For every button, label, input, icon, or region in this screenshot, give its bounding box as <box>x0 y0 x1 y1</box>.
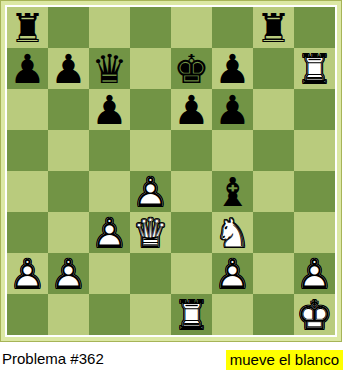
square-b6[interactable] <box>48 89 89 130</box>
square-e7[interactable]: ♚ <box>171 48 212 89</box>
problem-label: Problema #362 <box>2 350 104 367</box>
square-b7[interactable]: ♟ <box>48 48 89 89</box>
square-c1[interactable] <box>89 294 130 335</box>
square-d4[interactable]: ♟♙ <box>130 171 171 212</box>
square-h2[interactable]: ♟♙ <box>294 253 335 294</box>
square-g8[interactable]: ♜ <box>253 7 294 48</box>
square-f7[interactable]: ♟ <box>212 48 253 89</box>
square-f6[interactable]: ♟ <box>212 89 253 130</box>
caption-bar: Problema #362 mueve el blanco <box>0 342 343 376</box>
square-h6[interactable] <box>294 89 335 130</box>
square-g6[interactable] <box>253 89 294 130</box>
square-e1[interactable]: ♜♖ <box>171 294 212 335</box>
square-e4[interactable] <box>171 171 212 212</box>
square-e5[interactable] <box>171 130 212 171</box>
square-c5[interactable] <box>89 130 130 171</box>
square-c8[interactable] <box>89 7 130 48</box>
square-a8[interactable]: ♜ <box>7 7 48 48</box>
side-to-move-label: mueve el blanco <box>226 350 343 370</box>
square-d3[interactable]: ♛♕ <box>130 212 171 253</box>
square-b4[interactable] <box>48 171 89 212</box>
square-e8[interactable] <box>171 7 212 48</box>
square-f8[interactable] <box>212 7 253 48</box>
square-e2[interactable] <box>171 253 212 294</box>
square-b1[interactable] <box>48 294 89 335</box>
square-a1[interactable] <box>7 294 48 335</box>
square-g4[interactable] <box>253 171 294 212</box>
square-c6[interactable]: ♟ <box>89 89 130 130</box>
square-b8[interactable] <box>48 7 89 48</box>
square-h8[interactable] <box>294 7 335 48</box>
square-d8[interactable] <box>130 7 171 48</box>
square-g5[interactable] <box>253 130 294 171</box>
square-b2[interactable]: ♟♙ <box>48 253 89 294</box>
square-e3[interactable] <box>171 212 212 253</box>
square-g7[interactable] <box>253 48 294 89</box>
square-a7[interactable]: ♟ <box>7 48 48 89</box>
square-e6[interactable]: ♟ <box>171 89 212 130</box>
square-a3[interactable] <box>7 212 48 253</box>
square-h1[interactable]: ♚♔ <box>294 294 335 335</box>
square-a6[interactable] <box>7 89 48 130</box>
square-a2[interactable]: ♟♙ <box>7 253 48 294</box>
square-h7[interactable]: ♜♖ <box>294 48 335 89</box>
square-d6[interactable] <box>130 89 171 130</box>
square-f2[interactable]: ♟♙ <box>212 253 253 294</box>
square-d7[interactable] <box>130 48 171 89</box>
square-g1[interactable] <box>253 294 294 335</box>
square-c3[interactable]: ♟♙ <box>89 212 130 253</box>
square-c2[interactable] <box>89 253 130 294</box>
square-h3[interactable] <box>294 212 335 253</box>
square-c4[interactable] <box>89 171 130 212</box>
square-f4[interactable]: ♝ <box>212 171 253 212</box>
square-a4[interactable] <box>7 171 48 212</box>
chess-board: ♜♜♟♟♛♚♟♜♖♟♟♟♟♙♝♟♙♛♕♞♘♟♙♟♙♟♙♟♙♜♖♚♔ <box>7 7 335 335</box>
square-a5[interactable] <box>7 130 48 171</box>
square-b3[interactable] <box>48 212 89 253</box>
square-d5[interactable] <box>130 130 171 171</box>
square-g2[interactable] <box>253 253 294 294</box>
square-d2[interactable] <box>130 253 171 294</box>
square-g3[interactable] <box>253 212 294 253</box>
board-frame: ♜♜♟♟♛♚♟♜♖♟♟♟♟♙♝♟♙♛♕♞♘♟♙♟♙♟♙♟♙♜♖♚♔ <box>0 0 342 342</box>
square-f3[interactable]: ♞♘ <box>212 212 253 253</box>
square-h4[interactable] <box>294 171 335 212</box>
square-d1[interactable] <box>130 294 171 335</box>
square-b5[interactable] <box>48 130 89 171</box>
board-inner-border: ♜♜♟♟♛♚♟♜♖♟♟♟♟♙♝♟♙♛♕♞♘♟♙♟♙♟♙♟♙♜♖♚♔ <box>5 5 337 337</box>
square-h5[interactable] <box>294 130 335 171</box>
square-c7[interactable]: ♛ <box>89 48 130 89</box>
square-f1[interactable] <box>212 294 253 335</box>
square-f5[interactable] <box>212 130 253 171</box>
